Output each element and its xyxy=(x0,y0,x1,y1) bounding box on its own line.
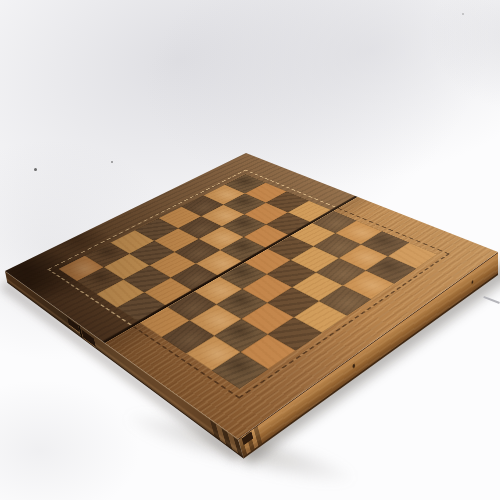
dust-speck xyxy=(462,13,464,15)
chess-board xyxy=(5,153,498,439)
dust-speck xyxy=(34,168,37,171)
nail-hole xyxy=(471,280,473,284)
backdrop-shading xyxy=(0,380,140,500)
photo-scene xyxy=(0,0,500,500)
dust-speck xyxy=(111,161,113,163)
backdrop-shading xyxy=(430,0,500,110)
nail-hole xyxy=(352,363,355,368)
backdrop-scratch xyxy=(483,296,499,303)
